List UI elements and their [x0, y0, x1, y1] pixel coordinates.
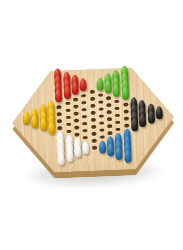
hole-empty[interactable] [115, 100, 120, 104]
hole-empty[interactable] [107, 124, 112, 128]
hole-empty[interactable] [99, 135, 104, 139]
hole-empty[interactable] [108, 131, 113, 135]
peg-white[interactable] [82, 141, 90, 154]
hole-empty[interactable] [82, 115, 87, 119]
peg-blue[interactable] [124, 150, 132, 163]
board-perspective-wrapper [0, 0, 183, 250]
hole-empty[interactable] [99, 121, 104, 125]
hole-empty[interactable] [73, 98, 78, 102]
peg-black[interactable] [147, 110, 155, 123]
peg-green[interactable] [96, 77, 104, 90]
peg-white[interactable] [66, 148, 74, 161]
hole-empty[interactable] [82, 122, 87, 126]
hole-empty[interactable] [98, 93, 103, 97]
hole-empty[interactable] [115, 107, 120, 111]
hole-empty[interactable] [116, 128, 121, 132]
hole-empty[interactable] [90, 111, 95, 115]
hole-empty[interactable] [115, 121, 120, 125]
hole-empty[interactable] [99, 114, 104, 118]
peg-yellow[interactable] [40, 118, 48, 131]
hole-empty[interactable] [81, 101, 86, 105]
hole-empty[interactable] [124, 117, 129, 121]
hole-empty[interactable] [98, 107, 103, 111]
hole-empty[interactable] [74, 112, 79, 116]
hole-empty[interactable] [90, 118, 95, 122]
hole-empty[interactable] [99, 128, 104, 132]
hole-empty[interactable] [74, 126, 79, 130]
hole-empty[interactable] [91, 125, 96, 129]
hole-empty[interactable] [91, 139, 96, 143]
hole-empty[interactable] [74, 133, 79, 137]
hole-empty[interactable] [106, 96, 111, 100]
hole-empty[interactable] [123, 110, 128, 114]
hole-empty[interactable] [57, 105, 62, 109]
peg-red[interactable] [71, 82, 79, 95]
peg-blue[interactable] [99, 140, 107, 153]
hole-empty[interactable] [83, 129, 88, 133]
board-cells-layer [0, 0, 183, 250]
hole-empty[interactable] [66, 130, 71, 134]
hole-empty[interactable] [124, 124, 129, 128]
peg-red[interactable] [63, 85, 71, 98]
hole-empty[interactable] [107, 117, 112, 121]
hole-empty[interactable] [65, 109, 70, 113]
hole-empty[interactable] [57, 119, 62, 123]
hole-empty[interactable] [92, 146, 97, 150]
hole-empty[interactable] [73, 105, 78, 109]
hole-empty[interactable] [82, 108, 87, 112]
hole-empty[interactable] [65, 116, 70, 120]
hole-empty[interactable] [74, 119, 79, 123]
peg-yellow[interactable] [23, 112, 31, 125]
hole-empty[interactable] [81, 94, 86, 98]
peg-green[interactable] [121, 87, 129, 100]
hole-empty[interactable] [58, 126, 63, 130]
hole-empty[interactable] [98, 100, 103, 104]
hole-empty[interactable] [90, 104, 95, 108]
hole-empty[interactable] [65, 102, 70, 106]
peg-red[interactable] [79, 78, 87, 91]
peg-black[interactable] [155, 106, 163, 119]
hole-empty[interactable] [115, 114, 120, 118]
peg-white[interactable] [74, 145, 82, 158]
chinese-checkers-board-photo [0, 0, 183, 250]
hole-empty[interactable] [89, 90, 94, 94]
hole-empty[interactable] [83, 136, 88, 140]
hole-empty[interactable] [123, 103, 128, 107]
hole-empty[interactable] [66, 123, 71, 127]
hole-empty[interactable] [57, 112, 62, 116]
hole-empty[interactable] [107, 110, 112, 114]
hole-empty[interactable] [90, 97, 95, 101]
hole-empty[interactable] [91, 132, 96, 136]
hole-empty[interactable] [106, 103, 111, 107]
